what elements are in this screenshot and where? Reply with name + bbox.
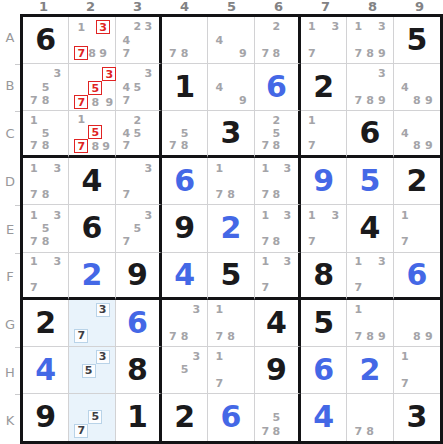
cell-K3[interactable]: 1 xyxy=(116,394,162,441)
cell-D4[interactable]: 6 xyxy=(162,158,208,205)
cell-G3[interactable]: 6 xyxy=(116,300,162,347)
pencil-marks: 2347 xyxy=(116,17,159,63)
pencil-marks: 35 xyxy=(162,347,207,393)
candidate-7: 7 xyxy=(261,140,269,151)
candidate-9: 9 xyxy=(378,95,386,106)
cell-A6[interactable]: 278 xyxy=(255,17,301,64)
cell-D9[interactable]: 2 xyxy=(394,158,440,205)
col-label-9: 9 xyxy=(396,0,443,14)
candidate-1: 1 xyxy=(354,256,362,267)
candidate-5: 5 xyxy=(181,128,189,139)
cell-F1[interactable]: 137 xyxy=(23,253,69,300)
cell-G2[interactable]: 37 xyxy=(69,300,115,347)
candidate-7: 7 xyxy=(354,48,362,59)
pencil-marks: 2457 xyxy=(116,111,159,155)
cell-E1[interactable]: 13578 xyxy=(23,205,69,252)
candidate-7: 7 xyxy=(169,331,177,342)
candidate-3: 3 xyxy=(54,256,62,267)
candidate-7: 7 xyxy=(30,95,38,106)
cell-H4[interactable]: 35 xyxy=(162,347,208,394)
candidate-8: 8 xyxy=(88,48,96,59)
candidate-9: 9 xyxy=(425,331,433,342)
cell-B3[interactable]: 3457 xyxy=(116,64,162,111)
given-digit: 9 xyxy=(174,213,195,243)
grid-tick xyxy=(15,205,20,206)
candidate-7: 7 xyxy=(308,236,316,247)
cell-H2[interactable]: 35 xyxy=(69,347,115,394)
cell-F2[interactable]: 2 xyxy=(69,253,115,300)
cell-A1[interactable]: 6 xyxy=(23,17,69,64)
candidate-7: 7 xyxy=(215,378,223,389)
candidate-8: 8 xyxy=(227,189,235,200)
given-digit: 9 xyxy=(127,260,148,290)
candidate-8: 8 xyxy=(42,189,50,200)
candidate-3: 3 xyxy=(193,304,201,315)
candidate-8: 8 xyxy=(366,95,374,106)
candidate-8: 8 xyxy=(227,331,235,342)
solved-digit: 2 xyxy=(360,355,381,385)
candidate-3: 3 xyxy=(54,163,62,174)
cell-F3[interactable]: 9 xyxy=(116,253,162,300)
pencil-marks: 578 xyxy=(255,394,298,441)
candidate-3: 3 xyxy=(332,210,340,221)
solved-digit: 4 xyxy=(313,402,334,432)
chain-candidate-5: 5 xyxy=(88,410,102,424)
candidate-3: 3 xyxy=(332,21,340,32)
cell-H5[interactable]: 17 xyxy=(208,347,254,394)
pencil-marks: 2578 xyxy=(255,111,298,155)
pencil-marks: 489 xyxy=(394,111,440,155)
row-label-B: B xyxy=(0,62,20,110)
cell-D7[interactable]: 9 xyxy=(301,158,347,205)
eliminated-candidate-7: 7 xyxy=(74,139,88,153)
cell-G8[interactable]: 1789 xyxy=(347,300,393,347)
candidate-1: 1 xyxy=(215,163,223,174)
grid-tick xyxy=(15,111,20,112)
cell-G5[interactable]: 178 xyxy=(208,300,254,347)
candidate-5: 5 xyxy=(42,82,50,93)
candidate-8: 8 xyxy=(181,331,189,342)
cell-K1[interactable]: 9 xyxy=(23,394,69,441)
pencil-marks: 35789 xyxy=(69,64,114,110)
solved-digit: 4 xyxy=(174,260,195,290)
cell-G6[interactable]: 4 xyxy=(255,300,301,347)
cell-K6[interactable]: 578 xyxy=(255,394,301,441)
candidate-8: 8 xyxy=(42,236,50,247)
candidate-3: 3 xyxy=(284,210,292,221)
solved-digit: 2 xyxy=(82,260,103,290)
pencil-marks: 137 xyxy=(347,253,392,297)
candidate-3: 3 xyxy=(378,21,386,32)
cell-B1[interactable]: 3578 xyxy=(23,64,69,111)
sudoku-board: 6137892347784927813713789535783578934571… xyxy=(20,14,443,444)
candidate-7: 7 xyxy=(169,140,177,151)
pencil-marks: 378 xyxy=(162,300,207,346)
given-digit: 6 xyxy=(360,118,381,148)
col-label-2: 2 xyxy=(67,0,114,14)
candidate-3: 3 xyxy=(145,163,153,174)
candidate-4: 4 xyxy=(401,128,409,139)
cell-B2[interactable]: 35789 xyxy=(69,64,115,111)
candidate-8: 8 xyxy=(181,48,189,59)
pencil-marks: 1578 xyxy=(23,111,68,155)
pencil-marks: 78 xyxy=(162,17,207,63)
row-label-G: G xyxy=(0,301,20,349)
row-label-H: H xyxy=(0,348,20,396)
given-digit: 4 xyxy=(266,308,287,338)
cell-K9[interactable]: 3 xyxy=(394,394,440,441)
candidate-3: 3 xyxy=(54,68,62,79)
cell-F7[interactable]: 8 xyxy=(301,253,347,300)
candidate-5: 5 xyxy=(272,412,280,423)
pencil-marks: 489 xyxy=(394,64,440,110)
given-digit: 9 xyxy=(266,355,287,385)
candidate-1: 1 xyxy=(78,22,86,33)
candidate-3: 3 xyxy=(378,68,386,79)
candidate-7: 7 xyxy=(30,140,38,151)
candidate-1: 1 xyxy=(30,256,38,267)
chain-candidate-3: 3 xyxy=(96,350,110,364)
col-label-7: 7 xyxy=(302,0,349,14)
cell-A9[interactable]: 5 xyxy=(394,17,440,64)
candidate-1: 1 xyxy=(215,351,223,362)
candidate-4: 4 xyxy=(215,82,223,93)
pencil-marks: 89 xyxy=(394,300,440,346)
candidate-2: 2 xyxy=(272,115,280,126)
candidate-7: 7 xyxy=(30,189,38,200)
candidate-1: 1 xyxy=(308,21,316,32)
col-label-5: 5 xyxy=(208,0,255,14)
candidate-7: 7 xyxy=(354,331,362,342)
pencil-marks: 35 xyxy=(69,347,114,393)
candidate-1: 1 xyxy=(261,256,269,267)
candidate-1: 1 xyxy=(308,210,316,221)
column-labels: 123456789 xyxy=(20,0,443,14)
cell-E4[interactable]: 9 xyxy=(162,205,208,252)
candidate-4: 4 xyxy=(215,35,223,46)
col-label-3: 3 xyxy=(114,0,161,14)
candidate-3: 3 xyxy=(193,351,201,362)
cell-A3[interactable]: 2347 xyxy=(116,17,162,64)
col-label-1: 1 xyxy=(20,0,67,14)
cell-H7[interactable]: 6 xyxy=(301,347,347,394)
candidate-8: 8 xyxy=(272,189,280,200)
cell-C4[interactable]: 578 xyxy=(162,111,208,158)
cell-E3[interactable]: 357 xyxy=(116,205,162,252)
row-label-D: D xyxy=(0,157,20,205)
candidate-9: 9 xyxy=(378,48,386,59)
solved-digit: 6 xyxy=(221,402,242,432)
cell-C9[interactable]: 489 xyxy=(394,111,440,158)
cell-H1[interactable]: 4 xyxy=(23,347,69,394)
pencil-marks: 3578 xyxy=(23,64,68,110)
candidate-2: 2 xyxy=(272,21,280,32)
cell-E9[interactable]: 17 xyxy=(394,205,440,252)
candidate-7: 7 xyxy=(261,236,269,247)
given-digit: 9 xyxy=(35,402,56,432)
cell-K7[interactable]: 4 xyxy=(301,394,347,441)
candidate-3: 3 xyxy=(378,256,386,267)
pencil-marks: 57 xyxy=(69,394,114,441)
cell-H9[interactable]: 17 xyxy=(394,347,440,394)
candidate-8: 8 xyxy=(272,236,280,247)
given-digit: 6 xyxy=(82,213,103,243)
pencil-marks: 137 xyxy=(301,17,346,63)
cell-C6[interactable]: 2578 xyxy=(255,111,301,158)
candidate-7: 7 xyxy=(30,236,38,247)
given-digit: 1 xyxy=(174,72,195,102)
grid-tick xyxy=(15,394,20,395)
candidate-7: 7 xyxy=(261,189,269,200)
pencil-marks: 137 xyxy=(255,253,298,297)
candidate-1: 1 xyxy=(261,163,269,174)
given-digit: 1 xyxy=(127,402,148,432)
pencil-marks: 178 xyxy=(208,300,253,346)
cell-F4[interactable]: 4 xyxy=(162,253,208,300)
cell-D1[interactable]: 1378 xyxy=(23,158,69,205)
given-digit: 2 xyxy=(406,166,427,196)
given-digit: 2 xyxy=(313,72,334,102)
col-label-4: 4 xyxy=(161,0,208,14)
pencil-marks: 1378 xyxy=(255,158,298,204)
candidate-1: 1 xyxy=(261,210,269,221)
cell-B5[interactable]: 49 xyxy=(208,64,254,111)
candidate-8: 8 xyxy=(42,140,50,151)
solved-digit: 2 xyxy=(221,213,242,243)
cell-A2[interactable]: 13789 xyxy=(69,17,115,64)
cell-G7[interactable]: 5 xyxy=(301,300,347,347)
candidate-1: 1 xyxy=(30,115,38,126)
pencil-marks: 3789 xyxy=(347,64,392,110)
cell-D8[interactable]: 5 xyxy=(347,158,393,205)
candidate-5: 5 xyxy=(133,82,141,93)
candidate-8: 8 xyxy=(413,95,421,106)
cell-A5[interactable]: 49 xyxy=(208,17,254,64)
candidate-8: 8 xyxy=(366,48,374,59)
candidate-7: 7 xyxy=(401,378,409,389)
cell-G4[interactable]: 378 xyxy=(162,300,208,347)
pencil-marks: 17 xyxy=(394,205,440,251)
candidate-9: 9 xyxy=(425,95,433,106)
sudoku-app: 123456789 ABCDEFGHK 61378923477849278137… xyxy=(0,0,443,444)
candidate-7: 7 xyxy=(261,48,269,59)
candidate-7: 7 xyxy=(169,48,177,59)
cell-H6[interactable]: 9 xyxy=(255,347,301,394)
candidate-1: 1 xyxy=(354,21,362,32)
pencil-marks: 37 xyxy=(116,158,159,204)
given-digit: 5 xyxy=(221,260,242,290)
candidate-7: 7 xyxy=(122,189,130,200)
cell-D5[interactable]: 178 xyxy=(208,158,254,205)
cell-H3[interactable]: 8 xyxy=(116,347,162,394)
candidate-7: 7 xyxy=(354,282,362,293)
pencil-marks: 137 xyxy=(301,205,346,251)
pencil-marks: 49 xyxy=(208,64,253,110)
pencil-marks: 49 xyxy=(208,17,253,63)
candidate-3: 3 xyxy=(284,256,292,267)
candidate-5: 5 xyxy=(133,223,141,234)
cell-H8[interactable]: 2 xyxy=(347,347,393,394)
pencil-marks: 357 xyxy=(116,205,159,251)
candidate-1: 1 xyxy=(401,351,409,362)
cell-D2[interactable]: 4 xyxy=(69,158,115,205)
cell-B6[interactable]: 6 xyxy=(255,64,301,111)
grid-tick xyxy=(15,347,20,348)
cell-E8[interactable]: 4 xyxy=(347,205,393,252)
eliminated-candidate-5: 5 xyxy=(88,81,102,95)
row-label-K: K xyxy=(0,396,20,444)
candidate-7: 7 xyxy=(215,331,223,342)
candidate-5: 5 xyxy=(181,364,189,375)
candidate-8: 8 xyxy=(272,140,280,151)
candidate-9: 9 xyxy=(102,141,110,152)
candidate-5: 5 xyxy=(272,128,280,139)
candidate-8: 8 xyxy=(181,140,189,151)
candidate-7: 7 xyxy=(308,48,316,59)
cell-C7[interactable]: 17 xyxy=(301,111,347,158)
candidate-8: 8 xyxy=(272,426,280,437)
cell-B4[interactable]: 1 xyxy=(162,64,208,111)
candidate-9: 9 xyxy=(425,140,433,151)
pencil-marks: 37 xyxy=(69,300,114,346)
pencil-marks: 13578 xyxy=(23,205,68,251)
cell-A4[interactable]: 78 xyxy=(162,17,208,64)
cell-F6[interactable]: 137 xyxy=(255,253,301,300)
candidate-7: 7 xyxy=(30,282,38,293)
grid-tick xyxy=(15,64,20,65)
cell-K5[interactable]: 6 xyxy=(208,394,254,441)
candidate-1: 1 xyxy=(354,304,362,315)
candidate-3: 3 xyxy=(145,68,153,79)
given-digit: 8 xyxy=(127,355,148,385)
cell-F5[interactable]: 5 xyxy=(208,253,254,300)
pencil-marks: 15789 xyxy=(69,111,114,155)
candidate-7: 7 xyxy=(261,426,269,437)
cell-D6[interactable]: 1378 xyxy=(255,158,301,205)
pencil-marks: 1789 xyxy=(347,300,392,346)
given-digit: 4 xyxy=(82,166,103,196)
given-digit: 2 xyxy=(174,402,195,432)
given-digit: 6 xyxy=(35,25,56,55)
cell-A7[interactable]: 137 xyxy=(301,17,347,64)
pencil-marks: 137 xyxy=(23,253,68,297)
candidate-7: 7 xyxy=(354,95,362,106)
cell-D3[interactable]: 37 xyxy=(116,158,162,205)
cell-C2[interactable]: 15789 xyxy=(69,111,115,158)
solved-digit: 4 xyxy=(35,355,56,385)
candidate-8: 8 xyxy=(42,95,50,106)
candidate-1: 1 xyxy=(78,114,86,125)
cell-E6[interactable]: 1378 xyxy=(255,205,301,252)
given-digit: 5 xyxy=(313,308,334,338)
candidate-1: 1 xyxy=(215,304,223,315)
candidate-8: 8 xyxy=(92,141,100,152)
pencil-marks: 1378 xyxy=(23,158,68,204)
candidate-5: 5 xyxy=(42,128,50,139)
solved-digit: 6 xyxy=(266,72,287,102)
cell-B9[interactable]: 489 xyxy=(394,64,440,111)
eliminated-candidate-3: 3 xyxy=(102,67,116,81)
cell-K8[interactable]: 78 xyxy=(347,394,393,441)
cell-K4[interactable]: 2 xyxy=(162,394,208,441)
cell-A8[interactable]: 13789 xyxy=(347,17,393,64)
candidate-8: 8 xyxy=(272,48,280,59)
cell-B8[interactable]: 3789 xyxy=(347,64,393,111)
pencil-marks: 17 xyxy=(301,111,346,155)
candidate-1: 1 xyxy=(401,210,409,221)
given-digit: 3 xyxy=(406,402,427,432)
candidate-8: 8 xyxy=(92,97,100,108)
candidate-9: 9 xyxy=(239,48,247,59)
candidate-8: 8 xyxy=(413,140,421,151)
candidate-4: 4 xyxy=(122,82,130,93)
row-label-C: C xyxy=(0,110,20,158)
pencil-marks: 17 xyxy=(208,347,253,393)
candidate-7: 7 xyxy=(308,140,316,151)
cell-E7[interactable]: 137 xyxy=(301,205,347,252)
candidate-4: 4 xyxy=(122,128,130,139)
cell-G1[interactable]: 2 xyxy=(23,300,69,347)
candidate-7: 7 xyxy=(261,282,269,293)
candidate-4: 4 xyxy=(122,35,130,46)
solved-digit: 5 xyxy=(360,166,381,196)
col-label-8: 8 xyxy=(349,0,396,14)
candidate-8: 8 xyxy=(413,331,421,342)
given-digit: 8 xyxy=(313,260,334,290)
cell-G9[interactable]: 89 xyxy=(394,300,440,347)
candidate-9: 9 xyxy=(99,48,107,59)
pencil-marks: 13789 xyxy=(347,17,392,63)
candidate-7: 7 xyxy=(215,189,223,200)
candidate-8: 8 xyxy=(366,331,374,342)
candidate-1: 1 xyxy=(308,115,316,126)
cell-C1[interactable]: 1578 xyxy=(23,111,69,158)
chain-candidate-7: 7 xyxy=(74,329,88,343)
pencil-marks: 178 xyxy=(208,158,253,204)
solved-digit: 9 xyxy=(313,166,334,196)
candidate-1: 1 xyxy=(30,210,38,221)
candidate-5: 5 xyxy=(42,223,50,234)
cell-F8[interactable]: 137 xyxy=(347,253,393,300)
cell-E5[interactable]: 2 xyxy=(208,205,254,252)
col-label-6: 6 xyxy=(255,0,302,14)
candidate-5: 5 xyxy=(133,128,141,139)
row-label-A: A xyxy=(0,14,20,62)
cell-F9[interactable]: 6 xyxy=(394,253,440,300)
given-digit: 2 xyxy=(35,308,56,338)
candidate-3: 3 xyxy=(145,210,153,221)
eliminated-candidate-7: 7 xyxy=(74,46,88,60)
cell-C3[interactable]: 2457 xyxy=(116,111,162,158)
solved-digit: 6 xyxy=(406,260,427,290)
chain-candidate-7: 7 xyxy=(74,424,88,438)
pencil-marks: 78 xyxy=(347,394,392,441)
eliminated-candidate-3: 3 xyxy=(96,20,110,34)
candidate-9: 9 xyxy=(239,95,247,106)
cell-K2[interactable]: 57 xyxy=(69,394,115,441)
row-label-F: F xyxy=(0,253,20,301)
candidate-7: 7 xyxy=(122,48,130,59)
cell-C8[interactable]: 6 xyxy=(347,111,393,158)
cell-E2[interactable]: 6 xyxy=(69,205,115,252)
cell-C5[interactable]: 3 xyxy=(208,111,254,158)
solved-digit: 6 xyxy=(174,166,195,196)
candidate-9: 9 xyxy=(106,97,114,108)
solved-digit: 6 xyxy=(313,355,334,385)
pencil-marks: 578 xyxy=(162,111,207,155)
candidate-7: 7 xyxy=(401,236,409,247)
cell-B7[interactable]: 2 xyxy=(301,64,347,111)
